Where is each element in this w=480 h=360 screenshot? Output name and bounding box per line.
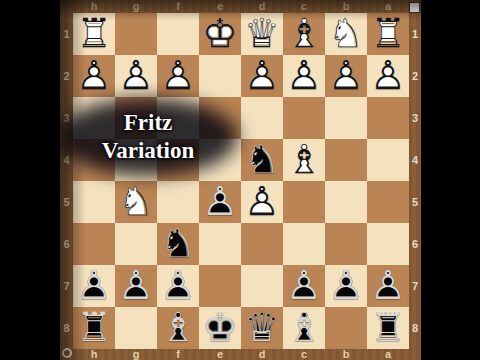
square-c4: ♝♗ <box>283 139 325 181</box>
square-d7 <box>241 265 283 307</box>
letterbox-right <box>421 0 480 360</box>
square-c8: ♝♗ <box>283 307 325 349</box>
piece-white-knight-g5: ♞♘ <box>115 181 157 223</box>
white-bishop-outline-icon: ♗ <box>283 11 325 53</box>
file-label-top-f: f <box>157 0 199 13</box>
piece-white-pawn-b2: ♟♙ <box>325 55 367 97</box>
rank-label-left-1: 1 <box>60 13 73 55</box>
square-g1 <box>115 13 157 55</box>
white-pawn-outline-icon: ♙ <box>241 179 283 221</box>
file-label-bottom-c: c <box>283 349 325 360</box>
piece-white-knight-b1: ♞♘ <box>325 13 367 55</box>
square-d4: ♞♘ <box>241 139 283 181</box>
piece-black-queen-d8: ♛♕ <box>241 307 283 349</box>
square-b4 <box>325 139 367 181</box>
square-e6 <box>199 223 241 265</box>
variation-label-line2: Variation <box>54 137 242 165</box>
square-e2 <box>199 55 241 97</box>
piece-black-pawn-f7: ♟♙ <box>157 265 199 307</box>
square-c7: ♟♙ <box>283 265 325 307</box>
piece-black-pawn-b7: ♟♙ <box>325 265 367 307</box>
rank-label-right-4: 4 <box>409 139 421 181</box>
black-pawn-outline-icon: ♙ <box>325 263 367 305</box>
white-pawn-outline-icon: ♙ <box>367 53 409 95</box>
square-b5 <box>325 181 367 223</box>
variation-label: Fritz Variation <box>54 109 242 165</box>
piece-black-pawn-g7: ♟♙ <box>115 265 157 307</box>
file-labels-bottom: hgfedcba <box>73 349 409 360</box>
rank-label-left-2: 2 <box>60 55 73 97</box>
black-bishop-outline-icon: ♗ <box>283 305 325 347</box>
variation-label-line1: Fritz <box>54 109 242 137</box>
square-g8 <box>115 307 157 349</box>
square-d6 <box>241 223 283 265</box>
square-c2: ♟♙ <box>283 55 325 97</box>
piece-black-bishop-f8: ♝♗ <box>157 307 199 349</box>
white-to-move-indicator <box>409 2 420 13</box>
black-pawn-outline-icon: ♙ <box>157 263 199 305</box>
rank-label-right-3: 3 <box>409 97 421 139</box>
rank-label-left-8: 8 <box>60 307 73 349</box>
square-c5 <box>283 181 325 223</box>
square-a2: ♟♙ <box>367 55 409 97</box>
square-h8: ♜♖ <box>73 307 115 349</box>
letterbox-left <box>0 0 60 360</box>
rank-label-left-5: 5 <box>60 181 73 223</box>
black-knight-outline-icon: ♘ <box>157 221 199 263</box>
square-e8: ♚♔ <box>199 307 241 349</box>
square-a6 <box>367 223 409 265</box>
square-a8: ♜♖ <box>367 307 409 349</box>
white-pawn-outline-icon: ♙ <box>157 53 199 95</box>
square-e5: ♟♙ <box>199 181 241 223</box>
black-pawn-outline-icon: ♙ <box>283 263 325 305</box>
black-rook-outline-icon: ♖ <box>73 305 115 347</box>
piece-white-pawn-a2: ♟♙ <box>367 55 409 97</box>
piece-black-pawn-a7: ♟♙ <box>367 265 409 307</box>
square-b7: ♟♙ <box>325 265 367 307</box>
piece-black-rook-h8: ♜♖ <box>73 307 115 349</box>
piece-white-pawn-g2: ♟♙ <box>115 55 157 97</box>
piece-white-queen-d1: ♛♕ <box>241 13 283 55</box>
square-b8 <box>325 307 367 349</box>
piece-black-bishop-c8: ♝♗ <box>283 307 325 349</box>
file-label-bottom-a: a <box>367 349 409 360</box>
piece-white-pawn-f2: ♟♙ <box>157 55 199 97</box>
square-h1: ♜♖ <box>73 13 115 55</box>
piece-black-pawn-c7: ♟♙ <box>283 265 325 307</box>
rank-label-right-5: 5 <box>409 181 421 223</box>
file-label-bottom-b: b <box>325 349 367 360</box>
white-pawn-outline-icon: ♙ <box>241 53 283 95</box>
square-d8: ♛♕ <box>241 307 283 349</box>
piece-black-knight-d4: ♞♘ <box>241 139 283 181</box>
white-bishop-outline-icon: ♗ <box>283 137 325 179</box>
square-a7: ♟♙ <box>367 265 409 307</box>
piece-white-king-e1: ♚♔ <box>199 13 241 55</box>
piece-black-rook-a8: ♜♖ <box>367 307 409 349</box>
square-c3 <box>283 97 325 139</box>
white-rook-outline-icon: ♖ <box>73 11 115 53</box>
square-b2: ♟♙ <box>325 55 367 97</box>
square-g6 <box>115 223 157 265</box>
square-a5 <box>367 181 409 223</box>
square-g5: ♞♘ <box>115 181 157 223</box>
square-h2: ♟♙ <box>73 55 115 97</box>
square-a3 <box>367 97 409 139</box>
piece-black-pawn-e5: ♟♙ <box>199 181 241 223</box>
square-c1: ♝♗ <box>283 13 325 55</box>
square-e7 <box>199 265 241 307</box>
square-d5: ♟♙ <box>241 181 283 223</box>
rank-labels-right: 12345678 <box>409 13 421 349</box>
white-queen-outline-icon: ♕ <box>241 11 283 53</box>
square-d1: ♛♕ <box>241 13 283 55</box>
file-label-bottom-f: f <box>157 349 199 360</box>
square-a1: ♜♖ <box>367 13 409 55</box>
square-c6 <box>283 223 325 265</box>
black-bishop-outline-icon: ♗ <box>157 305 199 347</box>
white-pawn-outline-icon: ♙ <box>115 53 157 95</box>
square-g7: ♟♙ <box>115 265 157 307</box>
rank-label-right-2: 2 <box>409 55 421 97</box>
square-f2: ♟♙ <box>157 55 199 97</box>
rank-label-left-7: 7 <box>60 265 73 307</box>
white-pawn-outline-icon: ♙ <box>283 53 325 95</box>
white-pawn-outline-icon: ♙ <box>325 53 367 95</box>
piece-white-bishop-c4: ♝♗ <box>283 139 325 181</box>
black-rook-outline-icon: ♖ <box>367 305 409 347</box>
rank-label-right-8: 8 <box>409 307 421 349</box>
rank-labels-left: 12345678 <box>60 13 73 349</box>
black-king-outline-icon: ♔ <box>199 305 241 347</box>
square-d2: ♟♙ <box>241 55 283 97</box>
piece-black-knight-f6: ♞♘ <box>157 223 199 265</box>
black-pawn-outline-icon: ♙ <box>115 263 157 305</box>
white-knight-outline-icon: ♘ <box>325 11 367 53</box>
black-pawn-outline-icon: ♙ <box>367 263 409 305</box>
piece-white-pawn-d2: ♟♙ <box>241 55 283 97</box>
piece-white-rook-a1: ♜♖ <box>367 13 409 55</box>
board-frame: hgfedcba hgfedcba 12345678 12345678 ♜♖♚♔… <box>60 0 421 360</box>
piece-white-rook-h1: ♜♖ <box>73 13 115 55</box>
rank-label-right-6: 6 <box>409 223 421 265</box>
piece-white-pawn-h2: ♟♙ <box>73 55 115 97</box>
square-b6 <box>325 223 367 265</box>
black-knight-outline-icon: ♘ <box>241 137 283 179</box>
square-h7: ♟♙ <box>73 265 115 307</box>
corner-ring-mark <box>62 348 72 358</box>
file-label-bottom-e: e <box>199 349 241 360</box>
rank-label-right-1: 1 <box>409 13 421 55</box>
piece-black-king-e8: ♚♔ <box>199 307 241 349</box>
square-b3 <box>325 97 367 139</box>
piece-white-pawn-d5: ♟♙ <box>241 181 283 223</box>
white-rook-outline-icon: ♖ <box>367 11 409 53</box>
black-queen-outline-icon: ♕ <box>241 305 283 347</box>
square-a4 <box>367 139 409 181</box>
white-king-outline-icon: ♔ <box>199 11 241 53</box>
square-f1 <box>157 13 199 55</box>
piece-white-pawn-c2: ♟♙ <box>283 55 325 97</box>
white-pawn-outline-icon: ♙ <box>73 53 115 95</box>
white-knight-outline-icon: ♘ <box>115 179 157 221</box>
square-h6 <box>73 223 115 265</box>
square-e1: ♚♔ <box>199 13 241 55</box>
square-d3 <box>241 97 283 139</box>
black-pawn-outline-icon: ♙ <box>199 179 241 221</box>
video-frame: hgfedcba hgfedcba 12345678 12345678 ♜♖♚♔… <box>0 0 480 360</box>
rank-label-right-7: 7 <box>409 265 421 307</box>
piece-white-bishop-c1: ♝♗ <box>283 13 325 55</box>
square-f7: ♟♙ <box>157 265 199 307</box>
file-label-bottom-h: h <box>73 349 115 360</box>
piece-black-pawn-h7: ♟♙ <box>73 265 115 307</box>
square-f6: ♞♘ <box>157 223 199 265</box>
square-f8: ♝♗ <box>157 307 199 349</box>
square-b1: ♞♘ <box>325 13 367 55</box>
file-label-bottom-g: g <box>115 349 157 360</box>
square-h5 <box>73 181 115 223</box>
black-pawn-outline-icon: ♙ <box>73 263 115 305</box>
square-g2: ♟♙ <box>115 55 157 97</box>
rank-label-left-6: 6 <box>60 223 73 265</box>
square-f5 <box>157 181 199 223</box>
file-label-bottom-d: d <box>241 349 283 360</box>
file-label-top-g: g <box>115 0 157 13</box>
chess-board: ♜♖♚♔♛♕♝♗♞♘♜♖♟♙♟♙♟♙♟♙♟♙♟♙♟♙♞♘♝♗♞♘♟♙♟♙♞♘♟♙… <box>73 13 409 349</box>
